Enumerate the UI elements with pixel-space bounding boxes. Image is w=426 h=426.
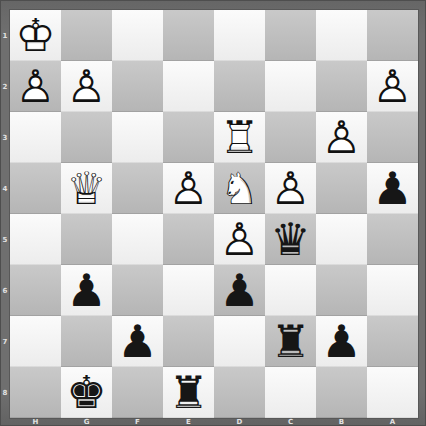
black-piece-glyph: ♟ xyxy=(61,265,112,316)
file-label-f: F xyxy=(112,417,163,426)
square-c5[interactable]: ♛ xyxy=(265,214,316,265)
square-e7[interactable] xyxy=(163,316,214,367)
square-d6[interactable]: ♟ xyxy=(214,265,265,316)
square-g6[interactable]: ♟ xyxy=(61,265,112,316)
square-h7[interactable] xyxy=(10,316,61,367)
square-h6[interactable] xyxy=(10,265,61,316)
square-h5[interactable] xyxy=(10,214,61,265)
square-f3[interactable] xyxy=(112,112,163,163)
chess-board[interactable]: ♚♔♟♙♟♙♟♙♜♖♟♙♛♕♟♙♞♘♟♙♟♟♙♛♟♟♟♜♟♚♜ xyxy=(10,10,418,418)
square-f4[interactable] xyxy=(112,163,163,214)
white-pawn[interactable]: ♟♙ xyxy=(10,61,61,112)
rank-label-7: 7 xyxy=(0,316,10,367)
square-b3[interactable]: ♟♙ xyxy=(316,112,367,163)
rank-label-2: 2 xyxy=(0,61,10,112)
rank-labels: 12345678 xyxy=(0,10,10,418)
black-pawn[interactable]: ♟ xyxy=(61,265,112,316)
black-piece-glyph: ♜ xyxy=(163,367,214,418)
white-piece-outline-glyph: ♕ xyxy=(61,163,112,214)
square-a4[interactable]: ♟ xyxy=(367,163,418,214)
square-b2[interactable] xyxy=(316,61,367,112)
black-piece-glyph: ♟ xyxy=(214,265,265,316)
black-piece-glyph: ♜ xyxy=(265,316,316,367)
square-b5[interactable] xyxy=(316,214,367,265)
square-d2[interactable] xyxy=(214,61,265,112)
square-e6[interactable] xyxy=(163,265,214,316)
black-pawn[interactable]: ♟ xyxy=(112,316,163,367)
file-label-c: C xyxy=(265,417,316,426)
square-d1[interactable] xyxy=(214,10,265,61)
square-a1[interactable] xyxy=(367,10,418,61)
square-g4[interactable]: ♛♕ xyxy=(61,163,112,214)
square-g1[interactable] xyxy=(61,10,112,61)
square-c3[interactable] xyxy=(265,112,316,163)
square-f5[interactable] xyxy=(112,214,163,265)
square-h3[interactable] xyxy=(10,112,61,163)
black-rook[interactable]: ♜ xyxy=(265,316,316,367)
square-b6[interactable] xyxy=(316,265,367,316)
file-label-b: B xyxy=(316,417,367,426)
white-piece-outline-glyph: ♙ xyxy=(61,61,112,112)
file-label-h: H xyxy=(10,417,61,426)
square-e4[interactable]: ♟♙ xyxy=(163,163,214,214)
white-pawn[interactable]: ♟♙ xyxy=(316,112,367,163)
square-f1[interactable] xyxy=(112,10,163,61)
black-piece-glyph: ♟ xyxy=(112,316,163,367)
white-pawn[interactable]: ♟♙ xyxy=(214,214,265,265)
square-e8[interactable]: ♜ xyxy=(163,367,214,418)
square-c6[interactable] xyxy=(265,265,316,316)
white-piece-outline-glyph: ♙ xyxy=(214,214,265,265)
square-d8[interactable] xyxy=(214,367,265,418)
square-c7[interactable]: ♜ xyxy=(265,316,316,367)
square-h2[interactable]: ♟♙ xyxy=(10,61,61,112)
white-piece-outline-glyph: ♙ xyxy=(367,61,418,112)
square-h8[interactable] xyxy=(10,367,61,418)
white-king[interactable]: ♚♔ xyxy=(10,10,61,61)
file-label-d: D xyxy=(214,417,265,426)
square-h1[interactable]: ♚♔ xyxy=(10,10,61,61)
square-a5[interactable] xyxy=(367,214,418,265)
black-rook[interactable]: ♜ xyxy=(163,367,214,418)
square-d5[interactable]: ♟♙ xyxy=(214,214,265,265)
rank-label-3: 3 xyxy=(0,112,10,163)
square-b1[interactable] xyxy=(316,10,367,61)
black-king[interactable]: ♚ xyxy=(61,367,112,418)
square-f7[interactable]: ♟ xyxy=(112,316,163,367)
square-b7[interactable]: ♟ xyxy=(316,316,367,367)
square-e5[interactable] xyxy=(163,214,214,265)
black-pawn[interactable]: ♟ xyxy=(214,265,265,316)
white-pawn[interactable]: ♟♙ xyxy=(61,61,112,112)
square-d3[interactable]: ♜♖ xyxy=(214,112,265,163)
square-e1[interactable] xyxy=(163,10,214,61)
square-c2[interactable] xyxy=(265,61,316,112)
square-g3[interactable] xyxy=(61,112,112,163)
black-pawn[interactable]: ♟ xyxy=(316,316,367,367)
white-piece-outline-glyph: ♙ xyxy=(10,61,61,112)
square-a2[interactable]: ♟♙ xyxy=(367,61,418,112)
square-a3[interactable] xyxy=(367,112,418,163)
square-b8[interactable] xyxy=(316,367,367,418)
black-piece-glyph: ♟ xyxy=(316,316,367,367)
square-f8[interactable] xyxy=(112,367,163,418)
square-e2[interactable] xyxy=(163,61,214,112)
white-knight[interactable]: ♞♘ xyxy=(214,163,265,214)
square-d4[interactable]: ♞♘ xyxy=(214,163,265,214)
white-pawn[interactable]: ♟♙ xyxy=(163,163,214,214)
square-a7[interactable] xyxy=(367,316,418,367)
white-piece-outline-glyph: ♙ xyxy=(163,163,214,214)
white-rook[interactable]: ♜♖ xyxy=(214,112,265,163)
black-piece-glyph: ♛ xyxy=(265,214,316,265)
square-a6[interactable] xyxy=(367,265,418,316)
white-piece-outline-glyph: ♖ xyxy=(214,112,265,163)
white-pawn[interactable]: ♟♙ xyxy=(265,163,316,214)
rank-label-5: 5 xyxy=(0,214,10,265)
rank-label-4: 4 xyxy=(0,163,10,214)
square-c8[interactable] xyxy=(265,367,316,418)
square-e3[interactable] xyxy=(163,112,214,163)
square-a8[interactable] xyxy=(367,367,418,418)
white-piece-outline-glyph: ♙ xyxy=(265,163,316,214)
black-queen[interactable]: ♛ xyxy=(265,214,316,265)
square-f6[interactable] xyxy=(112,265,163,316)
chess-board-frame: 12345678 ♚♔♟♙♟♙♟♙♜♖♟♙♛♕♟♙♞♘♟♙♟♟♙♛♟♟♟♜♟♚♜… xyxy=(0,0,426,426)
square-c4[interactable]: ♟♙ xyxy=(265,163,316,214)
file-labels: HGFEDCBA xyxy=(10,417,418,426)
white-piece-outline-glyph: ♔ xyxy=(10,10,61,61)
rank-label-6: 6 xyxy=(0,265,10,316)
square-g8[interactable]: ♚ xyxy=(61,367,112,418)
square-b4[interactable] xyxy=(316,163,367,214)
white-piece-outline-glyph: ♙ xyxy=(316,112,367,163)
square-h4[interactable] xyxy=(10,163,61,214)
file-label-g: G xyxy=(61,417,112,426)
square-g7[interactable] xyxy=(61,316,112,367)
rank-label-1: 1 xyxy=(0,10,10,61)
square-g5[interactable] xyxy=(61,214,112,265)
square-d7[interactable] xyxy=(214,316,265,367)
square-c1[interactable] xyxy=(265,10,316,61)
black-piece-glyph: ♚ xyxy=(61,367,112,418)
rank-label-8: 8 xyxy=(0,367,10,418)
black-piece-glyph: ♟ xyxy=(367,163,418,214)
white-pawn[interactable]: ♟♙ xyxy=(367,61,418,112)
white-piece-outline-glyph: ♘ xyxy=(214,163,265,214)
square-f2[interactable] xyxy=(112,61,163,112)
file-label-a: A xyxy=(367,417,418,426)
black-pawn[interactable]: ♟ xyxy=(367,163,418,214)
square-g2[interactable]: ♟♙ xyxy=(61,61,112,112)
file-label-e: E xyxy=(163,417,214,426)
white-queen[interactable]: ♛♕ xyxy=(61,163,112,214)
